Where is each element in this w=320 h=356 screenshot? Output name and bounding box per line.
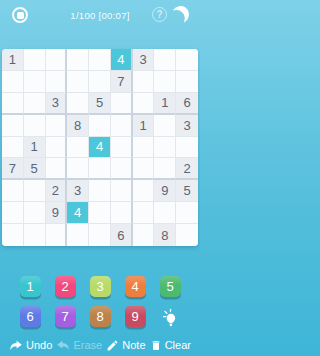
cell-r1c5[interactable] <box>89 49 111 71</box>
cell-r3c8[interactable]: 1 <box>154 93 176 115</box>
numpad-row-1: 12345 <box>0 276 200 297</box>
cell-r3c9[interactable]: 6 <box>176 93 198 115</box>
numpad-row-2: 6789 <box>0 306 200 330</box>
cell-r9c9[interactable] <box>176 224 198 246</box>
cell-r3c6[interactable] <box>111 93 133 115</box>
cell-r3c3[interactable]: 3 <box>46 93 68 115</box>
cell-r8c8[interactable] <box>154 202 176 224</box>
cell-r2c6[interactable]: 7 <box>111 71 133 93</box>
cell-r8c5[interactable] <box>89 202 111 224</box>
cell-r6c3[interactable] <box>46 158 68 180</box>
cell-r5c9[interactable] <box>176 137 198 159</box>
numpad-button-8[interactable]: 8 <box>90 306 111 327</box>
cell-r6c5[interactable] <box>89 158 111 180</box>
clear-label: Clear <box>165 339 191 351</box>
cell-r9c2[interactable] <box>24 224 46 246</box>
erase-label: Erase <box>73 339 102 351</box>
note-button[interactable]: Note <box>106 339 145 352</box>
cell-r8c6[interactable] <box>111 202 133 224</box>
lightbulb-icon <box>161 308 180 329</box>
erase-arrow-icon <box>56 339 70 352</box>
cell-r7c8[interactable]: 9 <box>154 180 176 202</box>
cell-r9c1[interactable] <box>2 224 24 246</box>
cell-r9c4[interactable] <box>67 224 89 246</box>
undo-arrow-icon <box>9 339 23 352</box>
cell-r9c6[interactable]: 6 <box>111 224 133 246</box>
cell-r6c9[interactable]: 2 <box>176 158 198 180</box>
cell-r7c5[interactable] <box>89 180 111 202</box>
cell-r8c2[interactable] <box>24 202 46 224</box>
cell-r4c1[interactable] <box>2 115 24 137</box>
cell-r1c6[interactable]: 4 <box>111 49 133 71</box>
cell-r7c6[interactable] <box>111 180 133 202</box>
cell-r4c3[interactable] <box>46 115 68 137</box>
moon-icon[interactable] <box>170 4 190 24</box>
numpad: 12345 6789 <box>0 276 200 330</box>
cell-r7c1[interactable] <box>2 180 24 202</box>
cell-r7c7[interactable] <box>133 180 155 202</box>
numpad-button-2[interactable]: 2 <box>55 276 76 297</box>
cell-r9c5[interactable] <box>89 224 111 246</box>
cell-r1c8[interactable] <box>154 49 176 71</box>
cell-r6c1[interactable]: 7 <box>2 158 24 180</box>
cell-r1c3[interactable] <box>46 49 68 71</box>
cell-r4c4[interactable]: 8 <box>67 115 89 137</box>
numpad-button-3[interactable]: 3 <box>90 276 111 297</box>
cell-r4c6[interactable] <box>111 115 133 137</box>
clear-button[interactable]: Clear <box>150 339 191 352</box>
erase-button[interactable]: Erase <box>56 339 102 352</box>
cell-r2c9[interactable] <box>176 71 198 93</box>
cell-r4c5[interactable] <box>89 115 111 137</box>
cell-r6c7[interactable] <box>133 158 155 180</box>
cell-r4c8[interactable] <box>154 115 176 137</box>
numpad-button-7[interactable]: 7 <box>55 306 76 327</box>
cell-r8c7[interactable] <box>133 202 155 224</box>
cell-r8c3[interactable]: 9 <box>46 202 68 224</box>
cell-r3c7[interactable] <box>133 93 155 115</box>
progress-label: 1/100 [00:07] <box>0 10 200 21</box>
cell-r4c7[interactable]: 1 <box>133 115 155 137</box>
cell-r9c3[interactable] <box>46 224 68 246</box>
cell-r7c3[interactable]: 2 <box>46 180 68 202</box>
pencil-icon <box>106 339 119 352</box>
help-icon[interactable]: ? <box>152 7 167 22</box>
note-label: Note <box>122 339 145 351</box>
cell-r5c6[interactable] <box>111 137 133 159</box>
cell-r5c3[interactable] <box>46 137 68 159</box>
action-bar: Undo Erase Note Clear <box>0 336 200 354</box>
cell-r1c7[interactable]: 3 <box>133 49 155 71</box>
numpad-button-6[interactable]: 6 <box>20 306 41 327</box>
cell-r5c1[interactable] <box>2 137 24 159</box>
cell-r1c9[interactable] <box>176 49 198 71</box>
cell-r8c4[interactable]: 4 <box>67 202 89 224</box>
numpad-button-1[interactable]: 1 <box>20 276 41 297</box>
cell-r5c7[interactable] <box>133 137 155 159</box>
undo-label: Undo <box>26 339 52 351</box>
cell-r2c7[interactable] <box>133 71 155 93</box>
cell-r3c1[interactable] <box>2 93 24 115</box>
cell-r5c5[interactable]: 4 <box>89 137 111 159</box>
cell-r3c4[interactable] <box>67 93 89 115</box>
cell-r3c2[interactable] <box>24 93 46 115</box>
cell-r8c1[interactable] <box>2 202 24 224</box>
cell-r7c9[interactable]: 5 <box>176 180 198 202</box>
cell-r2c1[interactable] <box>2 71 24 93</box>
cell-r3c5[interactable]: 5 <box>89 93 111 115</box>
numpad-button-5[interactable]: 5 <box>160 276 181 297</box>
cell-r2c8[interactable] <box>154 71 176 93</box>
cell-r8c9[interactable] <box>176 202 198 224</box>
cell-r1c4[interactable] <box>67 49 89 71</box>
cell-r7c2[interactable] <box>24 180 46 202</box>
cell-r5c2[interactable]: 1 <box>24 137 46 159</box>
cell-r9c7[interactable] <box>133 224 155 246</box>
cell-r2c4[interactable] <box>67 71 89 93</box>
numpad-button-4[interactable]: 4 <box>125 276 146 297</box>
hint-button[interactable] <box>160 306 181 330</box>
cell-r4c2[interactable] <box>24 115 46 137</box>
cell-r2c5[interactable] <box>89 71 111 93</box>
cell-r1c2[interactable] <box>24 49 46 71</box>
cell-r6c2[interactable]: 5 <box>24 158 46 180</box>
cell-r4c9[interactable]: 3 <box>176 115 198 137</box>
cell-r2c2[interactable] <box>24 71 46 93</box>
cell-r1c1[interactable]: 1 <box>2 49 24 71</box>
cell-r5c4[interactable] <box>67 137 89 159</box>
cell-r6c6[interactable] <box>111 158 133 180</box>
undo-button[interactable]: Undo <box>9 339 52 352</box>
top-bar: 1/100 [00:07] ? <box>0 0 200 30</box>
cell-r2c3[interactable] <box>46 71 68 93</box>
sudoku-board: 143735168131475223959468 <box>2 49 198 246</box>
numpad-button-9[interactable]: 9 <box>125 306 146 327</box>
cell-r7c4[interactable]: 3 <box>67 180 89 202</box>
cell-r5c8[interactable] <box>154 137 176 159</box>
trash-icon <box>150 339 162 352</box>
cell-r9c8[interactable]: 8 <box>154 224 176 246</box>
cell-r6c8[interactable] <box>154 158 176 180</box>
cell-r6c4[interactable] <box>67 158 89 180</box>
